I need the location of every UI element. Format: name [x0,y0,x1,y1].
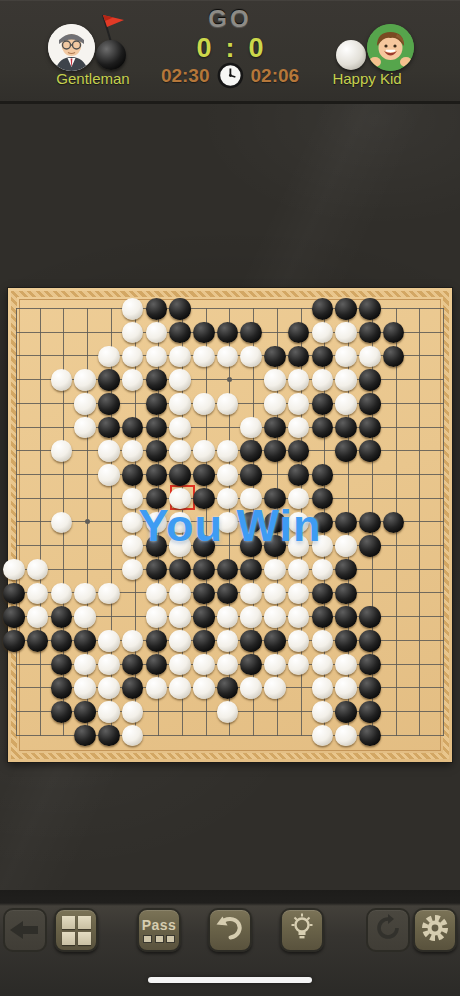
settings-button[interactable] [413,908,457,952]
win-message: You Win [138,500,321,552]
white-stone [74,606,96,628]
black-stone [312,464,334,486]
white-stone [312,701,334,723]
white-stone [264,369,286,391]
black-stone [335,440,357,462]
black-stone [240,630,262,652]
black-stone [359,322,381,344]
white-stone [288,606,310,628]
black-stone [359,512,381,534]
black-stone [335,559,357,581]
black-stone [146,440,168,462]
black-stone [74,701,96,723]
black-stone [312,583,334,605]
white-stone [74,393,96,415]
white-stone [288,393,310,415]
white-stone [288,583,310,605]
black-stone [359,606,381,628]
white-stone [193,654,215,676]
refresh-icon [373,913,403,947]
back-button[interactable] [3,908,47,952]
white-stone [288,630,310,652]
pass-button[interactable]: Pass [137,908,181,952]
black-stone [74,725,96,747]
black-stone [359,630,381,652]
black-stone [3,606,25,628]
undo-button[interactable] [208,908,252,952]
black-stone [240,559,262,581]
player-white-avatar [367,24,414,71]
black-stone [169,322,191,344]
refresh-button[interactable] [366,908,410,952]
white-stone [335,725,357,747]
white-stone [240,417,262,439]
clock-icon [217,62,244,89]
black-stone [359,417,381,439]
black-stone [359,701,381,723]
white-stone [335,369,357,391]
black-stone [312,417,334,439]
white-stone [122,440,144,462]
black-stone [240,654,262,676]
black-stone [193,464,215,486]
layout-button[interactable] [54,908,98,952]
white-stone [335,654,357,676]
black-stone [98,369,120,391]
black-stone [288,346,310,368]
black-stone [146,417,168,439]
black-stone [359,393,381,415]
black-stone [217,677,239,699]
black-stone [359,535,381,557]
white-stone [169,440,191,462]
black-stone [264,417,286,439]
black-stone [98,393,120,415]
white-stone [3,559,25,581]
black-stone [240,440,262,462]
black-stone [288,464,310,486]
white-stone [169,677,191,699]
white-stone [27,559,49,581]
white-stone [193,346,215,368]
black-stone [264,630,286,652]
white-stone [264,677,286,699]
white-stone [146,606,168,628]
black-stone [51,606,73,628]
white-stone [240,583,262,605]
timer-white: 02:06 [251,65,300,87]
white-stone [335,393,357,415]
hint-button[interactable] [280,908,324,952]
player-black-avatar [48,24,95,71]
white-stone [74,654,96,676]
white-stone [98,583,120,605]
black-stone [193,322,215,344]
white-stone [27,583,49,605]
black-stone [217,322,239,344]
player-white-panel: Happy Kid [292,0,442,100]
black-stone [217,583,239,605]
black-stone [288,440,310,462]
white-stone [122,559,144,581]
white-stone [217,630,239,652]
white-stone [122,701,144,723]
black-stone [359,654,381,676]
white-stone [288,417,310,439]
white-stone [264,583,286,605]
four-squares-icon [62,916,91,945]
white-stone [169,393,191,415]
white-stone [335,322,357,344]
black-stone [359,298,381,320]
white-stone [264,559,286,581]
timer-black: 02:30 [161,65,210,87]
white-stone [312,654,334,676]
black-stone [312,346,334,368]
black-stone [335,298,357,320]
score-white: 0 [249,33,264,64]
black-stone [3,630,25,652]
player-white-name: Happy Kid [292,70,442,87]
black-stone [122,677,144,699]
black-stone [193,559,215,581]
white-stone [335,346,357,368]
black-stone [383,346,405,368]
white-stone [240,346,262,368]
black-stone [335,417,357,439]
white-stone [169,583,191,605]
black-stone [359,725,381,747]
white-stone [74,417,96,439]
black-stone [98,725,120,747]
player-black-name: Gentleman [18,70,168,87]
white-stone [169,606,191,628]
header: GO [0,0,460,104]
player-black-panel: Gentleman [18,0,168,100]
black-stone [288,322,310,344]
white-stone [98,346,120,368]
black-stone [51,701,73,723]
white-stone [98,654,120,676]
black-stone [169,298,191,320]
white-stone [217,393,239,415]
white-stone [51,369,73,391]
black-stone [240,464,262,486]
white-stone [169,654,191,676]
score-black: 0 [196,33,211,64]
black-stone [146,654,168,676]
white-stone [74,583,96,605]
black-stone [122,654,144,676]
black-stone [146,298,168,320]
white-stone [217,701,239,723]
white-stone [27,606,49,628]
white-stone [359,346,381,368]
white-stone [312,369,334,391]
black-stone [383,322,405,344]
black-stone [51,630,73,652]
black-stone [146,393,168,415]
black-stone [264,346,286,368]
black-stone [264,440,286,462]
white-stone [193,677,215,699]
black-stone [359,369,381,391]
white-stone [98,464,120,486]
white-stone [98,677,120,699]
white-stone [335,677,357,699]
black-stone [240,322,262,344]
go-board[interactable]: You Win [8,288,452,762]
home-indicator[interactable] [148,977,312,983]
black-stone [312,298,334,320]
white-stone [169,417,191,439]
black-stone [51,654,73,676]
black-stone [146,464,168,486]
white-stone [98,440,120,462]
black-stone [98,417,120,439]
white-stone [122,725,144,747]
white-stone [98,701,120,723]
score-separator: : [226,33,235,64]
white-stone [240,606,262,628]
star-point [227,377,232,382]
black-stone [217,559,239,581]
white-stone [146,346,168,368]
black-stone [74,630,96,652]
white-stone [312,559,334,581]
white-stone [217,654,239,676]
white-stone [51,512,73,534]
white-stone [169,369,191,391]
white-stone-badge [336,40,366,70]
black-stone [335,583,357,605]
black-stone [3,583,25,605]
black-stone [335,606,357,628]
white-stone [122,298,144,320]
white-stone [288,369,310,391]
white-stone [51,440,73,462]
white-stone [169,346,191,368]
undo-arrow-icon [215,914,245,946]
black-stone [335,512,357,534]
white-stone [146,322,168,344]
black-stone [335,701,357,723]
pass-button-label: Pass [142,918,177,933]
black-stone [359,677,381,699]
black-stone [193,606,215,628]
black-stone [169,559,191,581]
white-stone [122,322,144,344]
white-stone [217,606,239,628]
white-stone [193,393,215,415]
white-stone [193,440,215,462]
white-stone [217,440,239,462]
white-stone [312,630,334,652]
white-stone [312,725,334,747]
timer-display: 02:30 02:06 [161,62,299,89]
black-stone [146,369,168,391]
white-stone [240,677,262,699]
white-stone [74,369,96,391]
white-stone [146,677,168,699]
black-stone [146,630,168,652]
black-stone [27,630,49,652]
white-stone [74,677,96,699]
black-stone [335,630,357,652]
black-stone [383,512,405,534]
white-stone [122,630,144,652]
white-stone [312,677,334,699]
white-stone [98,630,120,652]
white-stone [335,535,357,557]
white-stone [264,654,286,676]
gear-icon [419,912,451,948]
back-arrow-icon [10,921,40,939]
white-stone [122,346,144,368]
score-display: 0 : 0 [196,33,263,64]
white-stone [288,654,310,676]
black-stone [51,677,73,699]
white-stone [146,583,168,605]
white-stone [264,393,286,415]
white-stone [288,559,310,581]
white-stone [217,464,239,486]
star-point [85,519,90,524]
white-stone [122,369,144,391]
black-stone [312,606,334,628]
black-stone [122,417,144,439]
black-stone [146,559,168,581]
lightbulb-icon [286,912,318,948]
black-stone [122,464,144,486]
white-stone [169,630,191,652]
black-stone-badge [96,40,126,70]
pass-dots-icon [143,935,175,943]
black-stone [359,440,381,462]
white-stone [51,583,73,605]
black-stone [193,630,215,652]
black-stone [312,393,334,415]
white-stone [264,606,286,628]
black-stone [193,583,215,605]
app-screen: GO [0,0,460,996]
white-stone [217,346,239,368]
black-stone [169,464,191,486]
white-stone [312,322,334,344]
